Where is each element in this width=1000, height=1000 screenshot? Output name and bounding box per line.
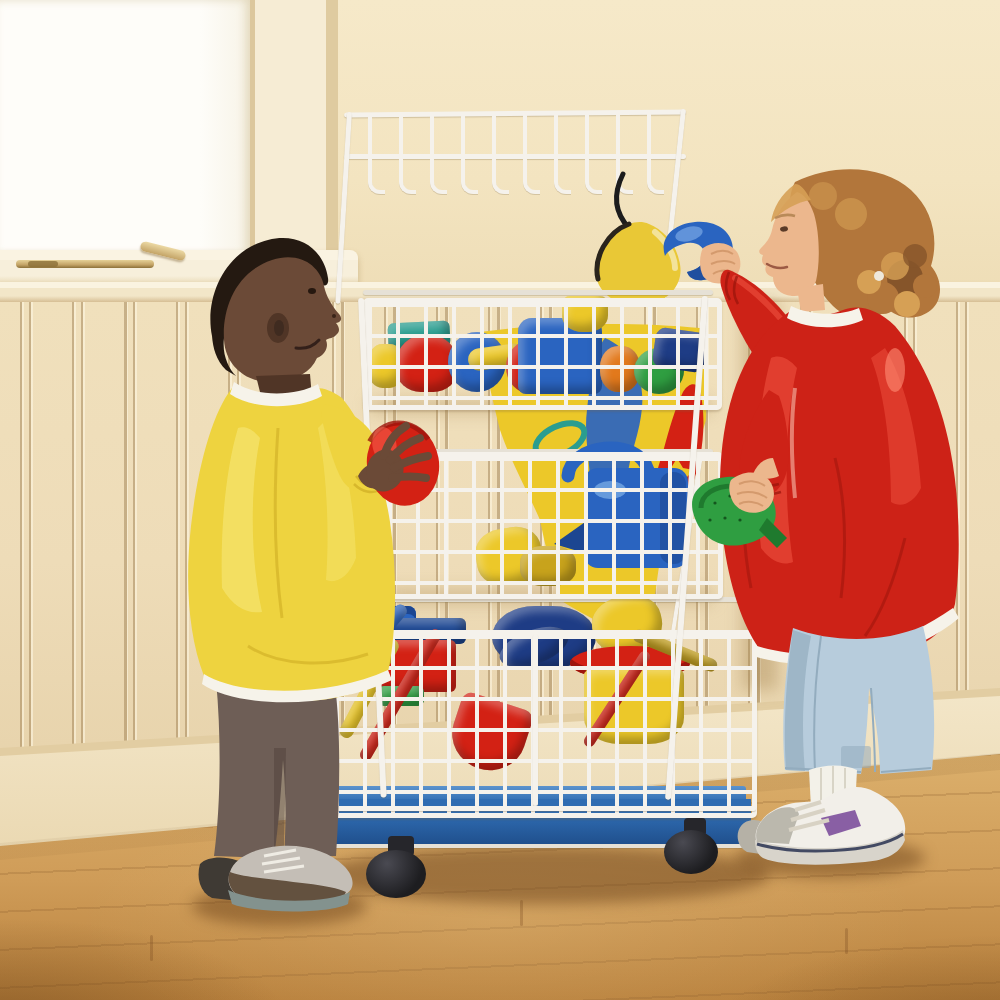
bag-strap <box>616 174 629 228</box>
floor-plank-seam <box>845 928 848 954</box>
girl <box>645 158 975 888</box>
playroom-photo <box>0 0 1000 1000</box>
hair-bobble <box>874 271 884 281</box>
boy-trousers-shade <box>274 748 286 858</box>
girl-neck <box>797 284 825 312</box>
girl-capri-tab <box>841 746 871 768</box>
boy-eye <box>308 288 316 294</box>
hook <box>430 114 447 194</box>
hook <box>461 114 478 194</box>
hook <box>492 114 509 194</box>
boy <box>178 228 448 928</box>
boy-ear-inner <box>274 320 284 336</box>
hook-rack-lower-bar <box>344 154 686 159</box>
floor-plank-seam <box>150 935 153 961</box>
window-frame <box>250 0 338 258</box>
hook <box>399 114 416 194</box>
bottom-basket-divider <box>533 634 538 806</box>
window <box>0 0 252 256</box>
window-latch-plate <box>28 261 58 267</box>
girl-smock-specular <box>885 348 905 392</box>
floor-plank-seam <box>520 900 523 926</box>
hook <box>554 114 571 194</box>
boy-nostril <box>332 314 336 318</box>
hook <box>368 114 385 194</box>
hook <box>523 114 540 194</box>
